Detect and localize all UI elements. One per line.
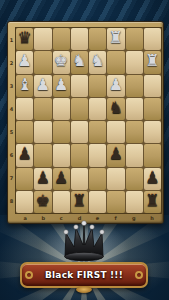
piece-white-knight[interactable]: ♞ <box>72 53 86 69</box>
square-f5[interactable] <box>107 121 124 143</box>
square-f7[interactable] <box>107 168 124 190</box>
piece-white-king[interactable]: ♚ <box>54 53 68 69</box>
square-e3[interactable] <box>89 75 106 97</box>
board-grid: ♛♜♟♚♞♞♜♝♟♟♟♞♟♟♟♟♟♚♜♜ <box>15 27 162 214</box>
square-c7[interactable]: ♟ <box>53 168 70 190</box>
piece-white-pawn[interactable]: ♟ <box>36 77 50 93</box>
square-h6[interactable] <box>144 144 161 166</box>
square-d4[interactable] <box>71 98 88 120</box>
square-b1[interactable] <box>34 28 51 50</box>
square-c1[interactable] <box>53 28 70 50</box>
square-h3[interactable] <box>144 75 161 97</box>
piece-white-pawn[interactable]: ♟ <box>54 77 68 93</box>
square-a7[interactable] <box>16 168 33 190</box>
square-h4[interactable] <box>144 98 161 120</box>
piece-black-pawn[interactable]: ♟ <box>54 170 68 186</box>
square-d5[interactable] <box>71 121 88 143</box>
piece-white-pawn[interactable]: ♟ <box>17 53 31 69</box>
square-d7[interactable] <box>71 168 88 190</box>
banner-ornament-right <box>135 271 143 279</box>
square-c3[interactable]: ♟ <box>53 75 70 97</box>
square-g1[interactable] <box>126 28 143 50</box>
piece-black-pawn[interactable]: ♟ <box>109 146 123 162</box>
piece-black-knight[interactable]: ♞ <box>109 100 123 116</box>
square-g7[interactable] <box>126 168 143 190</box>
square-a8[interactable] <box>16 191 33 213</box>
square-f4[interactable]: ♞ <box>107 98 124 120</box>
rank-label-8: 8 <box>9 190 14 213</box>
square-g4[interactable] <box>126 98 143 120</box>
square-a4[interactable] <box>16 98 33 120</box>
square-d3[interactable] <box>71 75 88 97</box>
square-e4[interactable] <box>89 98 106 120</box>
piece-black-pawn[interactable]: ♟ <box>17 146 31 162</box>
square-g8[interactable] <box>126 191 143 213</box>
rank-label-7: 7 <box>9 167 14 190</box>
square-e1[interactable] <box>89 28 106 50</box>
toast-banner: Black FIRST !!! <box>20 262 148 288</box>
square-d8[interactable]: ♜ <box>71 191 88 213</box>
square-b5[interactable] <box>34 121 51 143</box>
square-a2[interactable]: ♟ <box>16 51 33 73</box>
rank-label-3: 3 <box>9 74 14 97</box>
piece-black-rook[interactable]: ♜ <box>72 193 86 209</box>
square-g5[interactable] <box>126 121 143 143</box>
square-c2[interactable]: ♚ <box>53 51 70 73</box>
piece-white-bishop[interactable]: ♝ <box>17 77 31 93</box>
piece-black-pawn[interactable]: ♟ <box>36 170 50 186</box>
square-h8[interactable]: ♜ <box>144 191 161 213</box>
piece-black-queen[interactable]: ♛ <box>17 30 31 46</box>
square-a6[interactable]: ♟ <box>16 144 33 166</box>
square-e7[interactable] <box>89 168 106 190</box>
square-b6[interactable] <box>34 144 51 166</box>
square-f1[interactable]: ♜ <box>107 28 124 50</box>
square-e5[interactable] <box>89 121 106 143</box>
square-h1[interactable] <box>144 28 161 50</box>
square-a3[interactable]: ♝ <box>16 75 33 97</box>
square-g2[interactable] <box>126 51 143 73</box>
piece-black-rook[interactable]: ♜ <box>145 193 159 209</box>
square-c8[interactable] <box>53 191 70 213</box>
square-b8[interactable]: ♚ <box>34 191 51 213</box>
square-f6[interactable]: ♟ <box>107 144 124 166</box>
file-label-a: a <box>16 214 34 222</box>
square-f3[interactable]: ♟ <box>107 75 124 97</box>
square-b4[interactable] <box>34 98 51 120</box>
square-a1[interactable]: ♛ <box>16 28 33 50</box>
piece-white-rook[interactable]: ♜ <box>109 30 123 46</box>
file-label-h: h <box>143 214 161 222</box>
square-c5[interactable] <box>53 121 70 143</box>
square-d2[interactable]: ♞ <box>71 51 88 73</box>
rank-label-2: 2 <box>9 51 14 74</box>
crown-icon <box>58 220 110 262</box>
square-b7[interactable]: ♟ <box>34 168 51 190</box>
piece-black-king[interactable]: ♚ <box>36 193 50 209</box>
chess-app-screen: 12345678 ♛♜♟♚♞♞♜♝♟♟♟♞♟♟♟♟♟♚♜♜ abcdefgh B… <box>0 0 169 300</box>
square-g6[interactable] <box>126 144 143 166</box>
rank-labels: 12345678 <box>9 28 14 213</box>
square-e8[interactable] <box>89 191 106 213</box>
banner-ornament-bottom <box>76 286 92 293</box>
square-f8[interactable] <box>107 191 124 213</box>
square-f2[interactable] <box>107 51 124 73</box>
piece-black-pawn[interactable]: ♟ <box>145 170 159 186</box>
square-h5[interactable] <box>144 121 161 143</box>
square-c6[interactable] <box>53 144 70 166</box>
square-d1[interactable] <box>71 28 88 50</box>
file-label-g: g <box>125 214 143 222</box>
banner-ornament-left <box>25 271 33 279</box>
file-label-b: b <box>34 214 52 222</box>
square-e6[interactable] <box>89 144 106 166</box>
square-h7[interactable]: ♟ <box>144 168 161 190</box>
square-b2[interactable] <box>34 51 51 73</box>
square-c4[interactable] <box>53 98 70 120</box>
rank-label-6: 6 <box>9 144 14 167</box>
square-e2[interactable]: ♞ <box>89 51 106 73</box>
square-g3[interactable] <box>126 75 143 97</box>
chess-board: 12345678 ♛♜♟♚♞♞♜♝♟♟♟♞♟♟♟♟♟♚♜♜ abcdefgh <box>7 21 164 224</box>
square-b3[interactable]: ♟ <box>34 75 51 97</box>
square-h2[interactable]: ♜ <box>144 51 161 73</box>
rank-label-1: 1 <box>9 28 14 51</box>
rank-label-5: 5 <box>9 121 14 144</box>
piece-white-rook[interactable]: ♜ <box>145 53 159 69</box>
square-d6[interactable] <box>71 144 88 166</box>
piece-white-knight[interactable]: ♞ <box>90 53 104 69</box>
square-a5[interactable] <box>16 121 33 143</box>
piece-white-pawn[interactable]: ♟ <box>109 77 123 93</box>
toast-text: Black FIRST !!! <box>45 270 123 280</box>
rank-label-4: 4 <box>9 97 14 120</box>
